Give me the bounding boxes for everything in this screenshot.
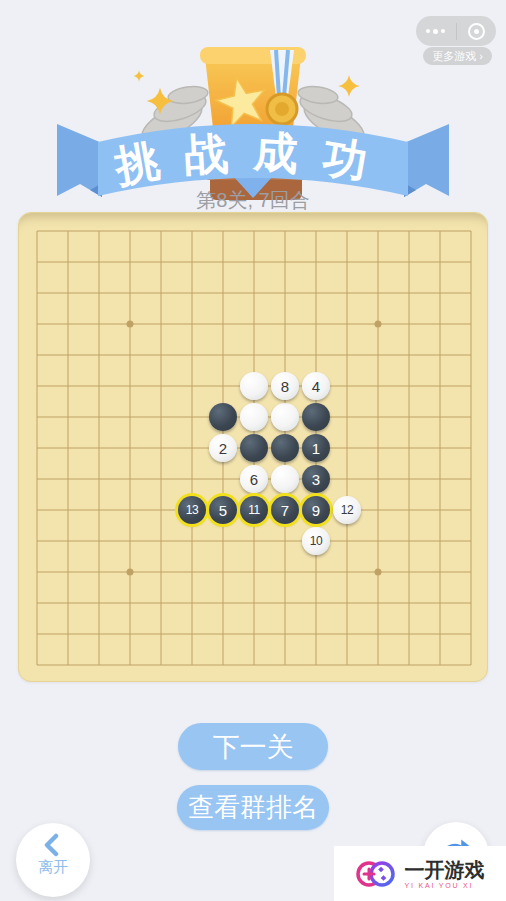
more-games-button[interactable]: 更多游戏 ›: [423, 47, 492, 65]
stone-black: 9: [302, 496, 330, 524]
group-rank-button[interactable]: 查看群排名: [177, 785, 329, 830]
stone-black: [271, 434, 299, 462]
three-dots-icon: [426, 29, 445, 34]
watermark-name: 一开游戏: [405, 859, 485, 882]
stone-white: [240, 403, 268, 431]
watermark-sub: YI KAI YOU XI: [405, 882, 474, 889]
level-round-subtitle: 第8关, 7回合: [0, 187, 506, 214]
stone-black: 13: [178, 496, 206, 524]
chevron-left-icon: [41, 833, 65, 857]
stone-black: 7: [271, 496, 299, 524]
stone-black: [302, 403, 330, 431]
stone-black: [209, 403, 237, 431]
more-menu-button[interactable]: [416, 16, 456, 46]
wechat-capsule: [416, 16, 496, 46]
watermark: 一开游戏 YI KAI YOU XI: [334, 846, 506, 901]
stone-white: 10: [302, 527, 330, 555]
close-minimize-button[interactable]: [457, 16, 497, 46]
stone-black: 3: [302, 465, 330, 493]
stone-white: 12: [333, 496, 361, 524]
stone-white: 2: [209, 434, 237, 462]
stone-white: [271, 403, 299, 431]
stone-white: 4: [302, 372, 330, 400]
stone-white: [271, 465, 299, 493]
circle-record-icon: [468, 23, 485, 40]
stone-white: 6: [240, 465, 268, 493]
leave-label: 离开: [38, 858, 68, 877]
stone-white: [240, 372, 268, 400]
stone-black: 5: [209, 496, 237, 524]
brain-gamepad-logo-icon: [356, 855, 396, 893]
stone-black: [240, 434, 268, 462]
action-buttons: 下一关 查看群排名: [0, 723, 506, 830]
leave-button[interactable]: 离开: [16, 823, 90, 897]
stone-black: 1: [302, 434, 330, 462]
next-level-button[interactable]: 下一关: [178, 723, 328, 770]
gomoku-board[interactable]: 12345678910111213: [18, 212, 488, 682]
stone-white: 8: [271, 372, 299, 400]
stone-black: 11: [240, 496, 268, 524]
